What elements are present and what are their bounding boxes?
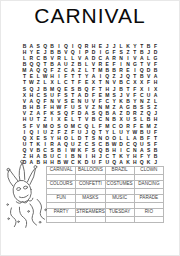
word-bank-item-colours: COLOURS xyxy=(47,181,76,189)
word-bank-item-masks: MASKS xyxy=(76,195,105,203)
word-search-grid: BASQBIQIQRHEJJLKYTBFHYEJBBVQIPDIGFSZTBJD… xyxy=(21,43,159,166)
word-bank-item-carnival: CARNIVAL xyxy=(47,167,76,175)
word-bank-item-costumes: COSTUMES xyxy=(105,181,134,189)
word-bank-item-balloons: BALLOONS xyxy=(76,167,105,175)
worksheet-page: CARNIVAL BASQBIQIQRHEJJLKYTBFHYEJBBVQIPD… xyxy=(0,0,180,256)
word-bank-answer-space xyxy=(47,217,76,223)
word-bank-item-parade: PARADE xyxy=(134,195,163,203)
word-bank-item-clown: CLOWN xyxy=(134,167,163,175)
word-bank-item-confetti: CONFETTI xyxy=(76,181,105,189)
word-bank-item-streamers: STREAMERS xyxy=(76,209,105,217)
word-bank-item-party: PARTY xyxy=(47,209,76,217)
word-bank-item-dancing: DANCING xyxy=(134,181,163,189)
word-bank-table: CARNIVALBALLOONSBRAZILCLOWNCOLOURSCONFET… xyxy=(46,166,164,223)
carnival-clown-doodle xyxy=(1,157,47,233)
word-bank-item-tuesday: TUESDAY xyxy=(105,209,134,217)
word-bank-answer-space xyxy=(134,217,163,223)
word-bank-item-fun: FUN xyxy=(47,195,76,203)
word-bank-answer-space xyxy=(76,217,105,223)
word-bank-item-rio: RIO xyxy=(134,209,163,217)
word-bank-item-brazil: BRAZIL xyxy=(105,167,134,175)
word-bank-item-music: MUSIC xyxy=(105,195,134,203)
page-title: CARNIVAL xyxy=(0,4,180,28)
word-bank-answer-space xyxy=(105,217,134,223)
